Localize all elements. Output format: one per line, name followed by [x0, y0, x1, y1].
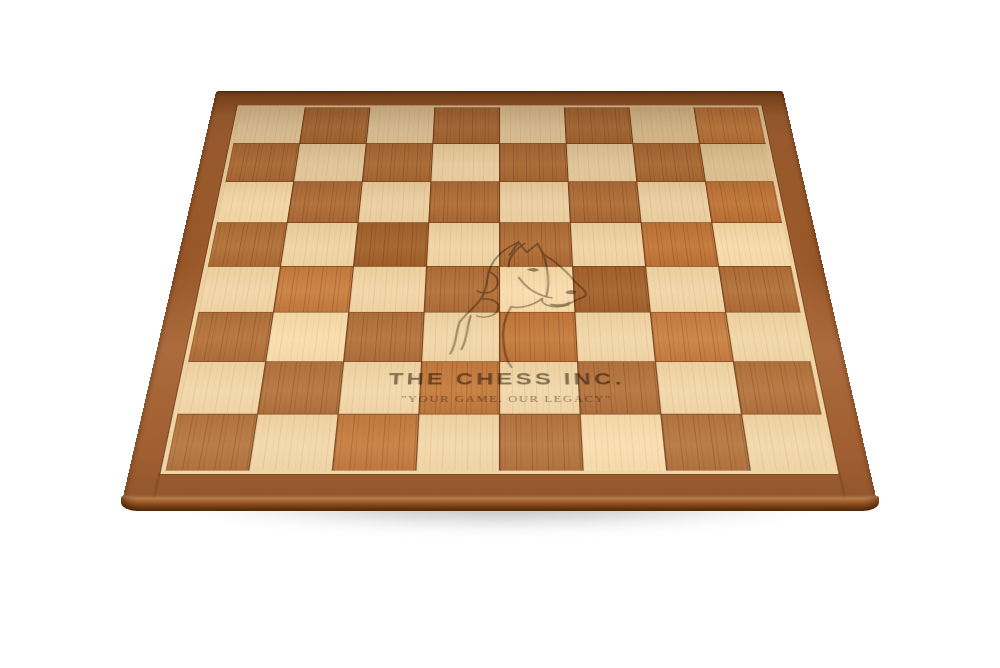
square-a1 — [166, 415, 257, 471]
square-f7 — [567, 144, 637, 182]
square-a5 — [208, 223, 287, 266]
horse-head-logo-icon — [396, 235, 616, 370]
square-a8 — [233, 107, 304, 143]
square-h4 — [719, 266, 800, 312]
square-h2 — [734, 362, 822, 414]
square-b1 — [249, 415, 337, 471]
square-f1 — [581, 415, 666, 471]
square-g5 — [642, 223, 718, 266]
square-a2 — [177, 362, 265, 414]
square-h3 — [726, 313, 810, 362]
square-a7 — [225, 144, 299, 182]
square-c6 — [359, 182, 431, 222]
brand-tagline-text: "YOUR GAME. OUR LEGACY" — [375, 394, 638, 403]
product-photo-scene: THE CHESS INC. "YOUR GAME. OUR LEGACY" — [0, 0, 1000, 668]
square-g1 — [661, 415, 749, 471]
square-a4 — [199, 266, 280, 312]
square-d7 — [431, 144, 499, 182]
square-c1 — [333, 415, 418, 471]
square-g2 — [656, 362, 741, 414]
square-e6 — [500, 182, 570, 222]
square-b4 — [274, 266, 353, 312]
square-g7 — [633, 144, 705, 182]
square-g8 — [630, 107, 699, 143]
square-c8 — [367, 107, 435, 143]
square-g6 — [637, 182, 711, 222]
square-h5 — [712, 223, 791, 266]
square-h1 — [742, 415, 833, 471]
brand-name-text: THE CHESS INC. — [376, 369, 637, 389]
square-d6 — [429, 182, 499, 222]
square-b3 — [266, 313, 348, 362]
square-b5 — [281, 223, 357, 266]
square-b8 — [300, 107, 369, 143]
square-g4 — [646, 266, 725, 312]
square-h8 — [694, 107, 765, 143]
square-d1 — [416, 415, 498, 471]
board-front-edge — [121, 496, 879, 511]
square-h6 — [706, 182, 782, 222]
square-f8 — [565, 107, 633, 143]
square-a3 — [188, 313, 272, 362]
square-c7 — [363, 144, 433, 182]
square-b7 — [294, 144, 366, 182]
chess-board: THE CHESS INC. "YOUR GAME. OUR LEGACY" — [123, 91, 877, 498]
brand-watermark: THE CHESS INC. "YOUR GAME. OUR LEGACY" — [375, 235, 638, 404]
square-e7 — [500, 144, 568, 182]
square-f6 — [569, 182, 641, 222]
square-e8 — [500, 107, 566, 143]
square-e1 — [500, 415, 582, 471]
square-h7 — [700, 144, 774, 182]
square-b2 — [258, 362, 343, 414]
square-a6 — [217, 182, 293, 222]
square-d8 — [433, 107, 499, 143]
square-g3 — [651, 313, 733, 362]
square-b6 — [288, 182, 362, 222]
